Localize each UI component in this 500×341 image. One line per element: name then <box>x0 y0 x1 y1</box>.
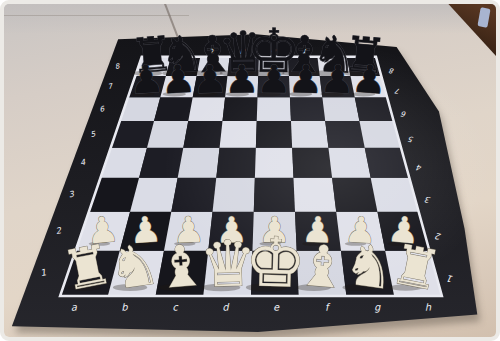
piece-black-pawn-e7[interactable]: ♟ <box>256 57 292 102</box>
photo-frame: 1122334455667788aabbccddeeffgghh♜♞♝♛♚♝♞♜… <box>0 0 500 341</box>
chess-board: 1122334455667788aabbccddeeffgghh♜♞♝♛♚♝♞♜… <box>4 4 496 337</box>
piece-black-pawn-d7[interactable]: ♟ <box>224 57 260 102</box>
piece-black-pawn-c7[interactable]: ♟ <box>192 56 228 102</box>
piece-black-pawn-h7[interactable]: ♟ <box>350 56 388 103</box>
